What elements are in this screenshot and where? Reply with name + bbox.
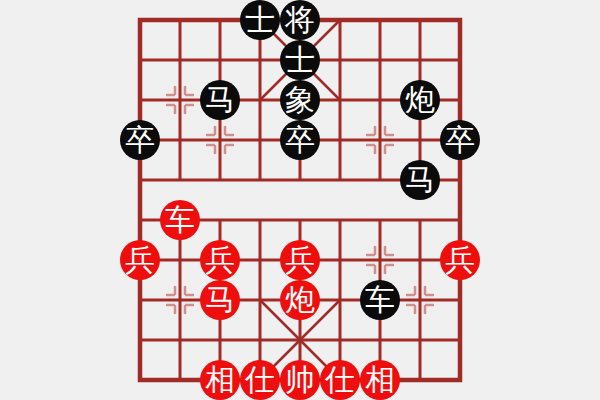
piece-black-horse[interactable]: 马: [200, 80, 240, 120]
piece-black-horse[interactable]: 马: [400, 160, 440, 200]
piece-black-soldier[interactable]: 卒: [280, 120, 320, 160]
piece-red-soldier[interactable]: 兵: [440, 240, 480, 280]
piece-red-advisor[interactable]: 仕: [320, 360, 360, 400]
piece-grid[interactable]: 士将士马象炮卒卒卒马车兵兵兵兵马炮车相仕帅仕相: [120, 0, 480, 400]
piece-red-soldier[interactable]: 兵: [120, 240, 160, 280]
piece-black-elephant[interactable]: 象: [280, 80, 320, 120]
piece-black-advisor[interactable]: 士: [240, 0, 280, 40]
piece-red-advisor[interactable]: 仕: [240, 360, 280, 400]
piece-black-soldier[interactable]: 卒: [440, 120, 480, 160]
piece-red-cannon[interactable]: 炮: [280, 280, 320, 320]
piece-red-soldier[interactable]: 兵: [200, 240, 240, 280]
piece-black-chariot[interactable]: 车: [360, 280, 400, 320]
piece-black-advisor[interactable]: 士: [280, 40, 320, 80]
piece-red-chariot[interactable]: 车: [160, 200, 200, 240]
piece-black-soldier[interactable]: 卒: [120, 120, 160, 160]
piece-red-elephant[interactable]: 相: [360, 360, 400, 400]
piece-red-elephant[interactable]: 相: [200, 360, 240, 400]
xiangqi-board-screen: 士将士马象炮卒卒卒马车兵兵兵兵马炮车相仕帅仕相: [0, 0, 600, 400]
piece-black-cannon[interactable]: 炮: [400, 80, 440, 120]
piece-red-soldier[interactable]: 兵: [280, 240, 320, 280]
piece-red-horse[interactable]: 马: [200, 280, 240, 320]
piece-black-general[interactable]: 将: [280, 0, 320, 40]
piece-red-general[interactable]: 帅: [280, 360, 320, 400]
